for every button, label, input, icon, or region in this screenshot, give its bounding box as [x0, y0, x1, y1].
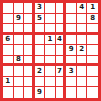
sudoku-cell-r8c3[interactable] — [24, 77, 35, 88]
sudoku-cell-r6c1[interactable] — [3, 56, 14, 67]
sudoku-cell-r3c7[interactable] — [66, 24, 77, 35]
sudoku-cell-r6c4[interactable] — [35, 56, 46, 67]
sudoku-cell-r2c3[interactable] — [24, 14, 35, 25]
sudoku-cell-r3c4[interactable] — [35, 24, 46, 35]
sudoku-cell-r2c5[interactable] — [45, 14, 56, 25]
sudoku-cell-r4c1[interactable]: 6 — [3, 35, 14, 46]
sudoku-cell-r5c9[interactable] — [87, 45, 98, 56]
sudoku-cell-r6c6[interactable] — [56, 56, 67, 67]
sudoku-cell-r8c9[interactable] — [87, 77, 98, 88]
sudoku-cell-r2c6[interactable] — [56, 14, 67, 25]
sudoku-cell-r2c7[interactable] — [66, 14, 77, 25]
sudoku-cell-r1c7[interactable] — [66, 3, 77, 14]
sudoku-cell-r7c2[interactable] — [14, 66, 25, 77]
sudoku-cell-r7c4[interactable]: 2 — [35, 66, 46, 77]
sudoku-cell-r1c5[interactable] — [45, 3, 56, 14]
sudoku-cell-r3c5[interactable] — [45, 24, 56, 35]
sudoku-cell-r6c7[interactable] — [66, 56, 77, 67]
sudoku-cell-r4c6[interactable]: 4 — [56, 35, 67, 46]
sudoku-cell-r3c1[interactable] — [3, 24, 14, 35]
sudoku-cell-r2c2[interactable]: 9 — [14, 14, 25, 25]
sudoku-cell-r7c1[interactable] — [3, 66, 14, 77]
sudoku-cell-r9c2[interactable] — [14, 87, 25, 98]
sudoku-cell-r1c3[interactable] — [24, 3, 35, 14]
sudoku-cell-r5c1[interactable] — [3, 45, 14, 56]
sudoku-cell-r5c7[interactable]: 9 — [66, 45, 77, 56]
sudoku-cell-r6c2[interactable]: 8 — [14, 56, 25, 67]
sudoku-cell-r9c3[interactable] — [24, 87, 35, 98]
sudoku-cell-r4c5[interactable]: 1 — [45, 35, 56, 46]
sudoku-cell-r1c2[interactable] — [14, 3, 25, 14]
sudoku-cell-r7c5[interactable] — [45, 66, 56, 77]
sudoku-cell-r4c3[interactable] — [24, 35, 35, 46]
sudoku-cell-r7c6[interactable]: 7 — [56, 66, 67, 77]
sudoku-cell-r2c1[interactable] — [3, 14, 14, 25]
sudoku-cell-r5c8[interactable]: 2 — [77, 45, 88, 56]
sudoku-cell-r8c5[interactable] — [45, 77, 56, 88]
sudoku-cell-r9c5[interactable] — [45, 87, 56, 98]
sudoku-board: 34195861492827319 — [0, 0, 101, 101]
sudoku-cell-r6c8[interactable] — [77, 56, 88, 67]
sudoku-cell-r5c5[interactable] — [45, 45, 56, 56]
sudoku-cell-r5c4[interactable] — [35, 45, 46, 56]
sudoku-cell-r7c7[interactable]: 3 — [66, 66, 77, 77]
sudoku-cell-r9c4[interactable]: 9 — [35, 87, 46, 98]
sudoku-cell-r9c8[interactable] — [77, 87, 88, 98]
sudoku-cell-r1c4[interactable]: 3 — [35, 3, 46, 14]
sudoku-cell-r5c3[interactable] — [24, 45, 35, 56]
sudoku-cell-r8c4[interactable] — [35, 77, 46, 88]
sudoku-cell-r3c9[interactable] — [87, 24, 98, 35]
sudoku-cell-r3c3[interactable] — [24, 24, 35, 35]
sudoku-cell-r6c5[interactable] — [45, 56, 56, 67]
sudoku-cell-r1c6[interactable] — [56, 3, 67, 14]
sudoku-cell-r5c6[interactable] — [56, 45, 67, 56]
sudoku-cell-r4c4[interactable] — [35, 35, 46, 46]
sudoku-cell-r7c9[interactable] — [87, 66, 98, 77]
sudoku-cell-r8c2[interactable] — [14, 77, 25, 88]
sudoku-cell-r9c9[interactable] — [87, 87, 98, 98]
sudoku-cell-r7c3[interactable] — [24, 66, 35, 77]
sudoku-cell-r4c2[interactable] — [14, 35, 25, 46]
sudoku-cell-r8c1[interactable]: 1 — [3, 77, 14, 88]
sudoku-cell-r9c1[interactable] — [3, 87, 14, 98]
sudoku-cell-r9c6[interactable] — [56, 87, 67, 98]
sudoku-cell-r2c9[interactable]: 8 — [87, 14, 98, 25]
sudoku-cell-r3c8[interactable] — [77, 24, 88, 35]
sudoku-cell-r2c4[interactable]: 5 — [35, 14, 46, 25]
sudoku-cell-r8c6[interactable] — [56, 77, 67, 88]
sudoku-cell-r2c8[interactable] — [77, 14, 88, 25]
sudoku-cell-r4c8[interactable] — [77, 35, 88, 46]
sudoku-cell-r3c2[interactable] — [14, 24, 25, 35]
sudoku-cell-r4c7[interactable] — [66, 35, 77, 46]
sudoku-cell-r7c8[interactable] — [77, 66, 88, 77]
sudoku-cell-r8c7[interactable] — [66, 77, 77, 88]
sudoku-cell-r1c1[interactable] — [3, 3, 14, 14]
sudoku-cell-r1c9[interactable]: 1 — [87, 3, 98, 14]
sudoku-cell-r6c3[interactable] — [24, 56, 35, 67]
sudoku-cell-r4c9[interactable] — [87, 35, 98, 46]
sudoku-cell-r1c8[interactable]: 4 — [77, 3, 88, 14]
sudoku-cell-r6c9[interactable] — [87, 56, 98, 67]
sudoku-cell-r8c8[interactable] — [77, 77, 88, 88]
sudoku-cell-r3c6[interactable] — [56, 24, 67, 35]
sudoku-cell-r9c7[interactable] — [66, 87, 77, 98]
